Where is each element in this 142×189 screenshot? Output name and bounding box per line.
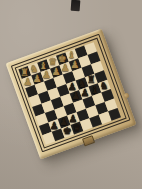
board-grid: ♜♞♝♛♚♝♟♟♟♟♟♟♟♞♜♟♟♝♞♟♟♟♚♛ bbox=[18, 42, 121, 145]
photo-scene: ♜♞♝♛♚♝♟♟♟♟♟♟♟♞♜♟♟♝♞♟♟♟♚♛ bbox=[0, 0, 142, 189]
black-knight: ♞ bbox=[99, 80, 109, 90]
furniture-leg bbox=[71, 0, 81, 11]
frame-inner-pinstripe: ♜♞♝♛♚♝♟♟♟♟♟♟♟♞♜♟♟♝♞♟♟♟♚♛ bbox=[15, 38, 127, 149]
square-h8 bbox=[108, 108, 121, 121]
